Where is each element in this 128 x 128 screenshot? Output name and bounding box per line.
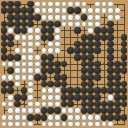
white-stone xyxy=(54,114,61,121)
black-stone xyxy=(7,87,14,94)
black-stone xyxy=(67,94,74,101)
white-stone xyxy=(7,114,14,121)
white-stone xyxy=(7,101,14,108)
black-stone xyxy=(7,14,14,21)
white-stone xyxy=(21,47,28,54)
black-stone xyxy=(14,27,21,34)
white-stone xyxy=(21,41,28,48)
black-stone xyxy=(14,21,21,28)
black-stone xyxy=(121,81,128,88)
white-stone xyxy=(1,61,8,68)
white-stone xyxy=(101,1,108,8)
white-stone xyxy=(87,121,94,128)
white-stone xyxy=(14,121,21,128)
black-stone xyxy=(27,1,34,8)
white-stone xyxy=(7,107,14,114)
white-stone xyxy=(67,107,74,114)
black-stone xyxy=(41,107,48,114)
white-stone xyxy=(114,14,121,21)
black-stone xyxy=(107,114,114,121)
black-stone xyxy=(54,67,61,74)
black-stone xyxy=(54,81,61,88)
white-stone xyxy=(7,94,14,101)
white-stone xyxy=(54,41,61,48)
black-stone xyxy=(7,7,14,14)
black-stone xyxy=(61,81,68,88)
black-stone xyxy=(21,7,28,14)
white-stone xyxy=(54,87,61,94)
black-stone xyxy=(14,101,21,108)
black-stone xyxy=(47,54,54,61)
black-stone xyxy=(107,47,114,54)
white-stone xyxy=(87,7,94,14)
black-stone xyxy=(114,87,121,94)
black-stone xyxy=(107,21,114,28)
black-stone xyxy=(54,61,61,68)
black-stone xyxy=(7,67,14,74)
white-stone xyxy=(7,27,14,34)
black-stone xyxy=(27,14,34,21)
black-stone xyxy=(74,87,81,94)
white-stone xyxy=(34,54,41,61)
white-stone xyxy=(54,7,61,14)
black-stone xyxy=(114,94,121,101)
black-stone xyxy=(121,34,128,41)
white-stone xyxy=(21,34,28,41)
black-stone xyxy=(14,7,21,14)
white-stone xyxy=(107,14,114,21)
black-stone xyxy=(81,87,88,94)
white-stone xyxy=(54,1,61,8)
black-stone xyxy=(107,54,114,61)
white-stone xyxy=(67,114,74,121)
black-stone xyxy=(81,34,88,41)
white-stone xyxy=(34,1,41,8)
black-stone xyxy=(94,61,101,68)
white-stone xyxy=(74,107,81,114)
black-stone xyxy=(47,81,54,88)
white-stone xyxy=(47,121,54,128)
white-stone xyxy=(27,34,34,41)
white-stone xyxy=(81,1,88,8)
black-stone xyxy=(107,41,114,48)
hoshi-point xyxy=(103,23,105,25)
white-stone xyxy=(27,94,34,101)
white-stone xyxy=(21,107,28,114)
white-stone xyxy=(41,101,48,108)
black-stone xyxy=(74,27,81,34)
black-stone xyxy=(1,21,8,28)
black-stone xyxy=(121,54,128,61)
white-stone xyxy=(101,121,108,128)
black-stone xyxy=(67,47,74,54)
white-stone xyxy=(14,47,21,54)
black-stone xyxy=(121,61,128,68)
black-stone xyxy=(14,14,21,21)
black-stone xyxy=(81,74,88,81)
black-stone xyxy=(87,67,94,74)
black-stone xyxy=(47,21,54,28)
black-stone xyxy=(81,94,88,101)
white-stone xyxy=(27,81,34,88)
white-stone xyxy=(87,114,94,121)
white-stone xyxy=(61,7,68,14)
black-stone xyxy=(41,21,48,28)
white-stone xyxy=(94,14,101,21)
white-stone xyxy=(87,21,94,28)
white-stone xyxy=(87,27,94,34)
black-stone xyxy=(7,41,14,48)
black-stone xyxy=(94,107,101,114)
black-stone xyxy=(101,101,108,108)
white-stone xyxy=(54,121,61,128)
white-stone xyxy=(1,101,8,108)
black-stone xyxy=(94,27,101,34)
white-stone xyxy=(34,101,41,108)
white-stone xyxy=(47,114,54,121)
white-stone xyxy=(21,74,28,81)
black-stone xyxy=(61,101,68,108)
white-stone xyxy=(21,67,28,74)
black-stone xyxy=(34,114,41,121)
white-stone xyxy=(67,14,74,21)
white-stone xyxy=(27,61,34,68)
black-stone xyxy=(47,107,54,114)
black-stone xyxy=(14,54,21,61)
black-stone xyxy=(114,81,121,88)
black-stone xyxy=(74,94,81,101)
black-stone xyxy=(27,7,34,14)
black-stone xyxy=(61,114,68,121)
black-stone xyxy=(94,101,101,108)
black-stone xyxy=(81,54,88,61)
white-stone xyxy=(94,7,101,14)
black-stone xyxy=(1,34,8,41)
black-stone xyxy=(107,27,114,34)
black-stone xyxy=(41,114,48,121)
black-stone xyxy=(87,61,94,68)
black-stone xyxy=(47,34,54,41)
white-stone xyxy=(107,1,114,8)
black-stone xyxy=(81,61,88,68)
black-stone xyxy=(107,74,114,81)
black-stone xyxy=(54,21,61,28)
white-stone xyxy=(27,101,34,108)
black-stone xyxy=(87,107,94,114)
white-stone xyxy=(94,21,101,28)
white-stone xyxy=(27,74,34,81)
black-stone xyxy=(67,7,74,14)
white-stone xyxy=(14,61,21,68)
white-stone xyxy=(54,101,61,108)
black-stone xyxy=(121,114,128,121)
white-stone xyxy=(7,61,14,68)
black-stone xyxy=(1,27,8,34)
white-stone xyxy=(41,1,48,8)
white-stone xyxy=(61,121,68,128)
black-stone xyxy=(54,74,61,81)
black-stone xyxy=(14,94,21,101)
black-stone xyxy=(47,27,54,34)
white-stone xyxy=(47,47,54,54)
white-stone xyxy=(47,94,54,101)
white-stone xyxy=(47,1,54,8)
white-stone xyxy=(47,7,54,14)
black-stone xyxy=(74,7,81,14)
black-stone xyxy=(61,87,68,94)
white-stone xyxy=(41,14,48,21)
white-stone xyxy=(34,61,41,68)
black-stone xyxy=(21,14,28,21)
black-stone xyxy=(21,27,28,34)
black-stone xyxy=(47,67,54,74)
black-stone xyxy=(87,81,94,88)
white-stone xyxy=(34,107,41,114)
white-stone xyxy=(47,101,54,108)
white-stone xyxy=(54,47,61,54)
black-stone xyxy=(54,107,61,114)
white-stone xyxy=(114,7,121,14)
white-stone xyxy=(81,7,88,14)
white-stone xyxy=(27,47,34,54)
black-stone xyxy=(21,87,28,94)
white-stone xyxy=(74,21,81,28)
black-stone xyxy=(1,41,8,48)
white-stone xyxy=(27,27,34,34)
white-stone xyxy=(61,21,68,28)
white-stone xyxy=(21,54,28,61)
white-stone xyxy=(107,94,114,101)
white-stone xyxy=(54,14,61,21)
white-stone xyxy=(87,14,94,21)
white-stone xyxy=(7,74,14,81)
black-stone xyxy=(121,67,128,74)
white-stone xyxy=(41,121,48,128)
black-stone xyxy=(101,114,108,121)
white-stone xyxy=(41,94,48,101)
black-stone xyxy=(7,34,14,41)
white-stone xyxy=(54,34,61,41)
white-stone xyxy=(27,54,34,61)
white-stone xyxy=(34,67,41,74)
black-stone xyxy=(1,87,8,94)
white-stone xyxy=(94,121,101,128)
white-stone xyxy=(41,47,48,54)
black-stone xyxy=(87,87,94,94)
black-stone xyxy=(47,61,54,68)
white-stone xyxy=(81,21,88,28)
white-stone xyxy=(1,121,8,128)
black-stone xyxy=(87,101,94,108)
black-stone xyxy=(1,81,8,88)
black-stone xyxy=(107,61,114,68)
white-stone xyxy=(61,14,68,21)
black-stone xyxy=(87,74,94,81)
black-stone xyxy=(41,34,48,41)
white-stone xyxy=(107,121,114,128)
black-stone xyxy=(87,34,94,41)
white-stone xyxy=(47,87,54,94)
black-stone xyxy=(7,21,14,28)
black-stone xyxy=(7,1,14,8)
black-stone xyxy=(94,34,101,41)
white-stone xyxy=(21,61,28,68)
white-stone xyxy=(27,67,34,74)
white-stone xyxy=(47,41,54,48)
black-stone xyxy=(94,47,101,54)
black-stone xyxy=(94,67,101,74)
white-stone xyxy=(94,1,101,8)
white-stone xyxy=(67,21,74,28)
black-stone xyxy=(74,41,81,48)
black-stone xyxy=(114,67,121,74)
white-stone xyxy=(74,121,81,128)
white-stone xyxy=(61,107,68,114)
black-stone xyxy=(81,81,88,88)
black-stone xyxy=(61,74,68,81)
black-stone xyxy=(61,61,68,68)
black-stone xyxy=(74,47,81,54)
black-stone xyxy=(81,67,88,74)
black-stone xyxy=(121,87,128,94)
black-stone xyxy=(121,101,128,108)
black-stone xyxy=(107,107,114,114)
black-stone xyxy=(21,21,28,28)
black-stone xyxy=(81,101,88,108)
black-stone xyxy=(81,107,88,114)
black-stone xyxy=(101,107,108,114)
black-stone xyxy=(7,54,14,61)
white-stone xyxy=(34,34,41,41)
black-stone xyxy=(1,7,8,14)
white-stone xyxy=(27,107,34,114)
white-stone xyxy=(41,7,48,14)
black-stone xyxy=(121,41,128,48)
black-stone xyxy=(41,54,48,61)
black-stone xyxy=(27,114,34,121)
white-stone xyxy=(67,121,74,128)
black-stone xyxy=(114,61,121,68)
white-stone xyxy=(21,121,28,128)
black-stone xyxy=(114,74,121,81)
black-stone xyxy=(107,81,114,88)
white-stone xyxy=(14,34,21,41)
black-stone xyxy=(1,54,8,61)
black-stone xyxy=(61,94,68,101)
black-stone xyxy=(41,27,48,34)
black-stone xyxy=(27,21,34,28)
white-stone xyxy=(107,7,114,14)
white-stone xyxy=(67,1,74,8)
white-stone xyxy=(14,107,21,114)
black-stone xyxy=(87,54,94,61)
black-stone xyxy=(121,47,128,54)
black-stone xyxy=(114,114,121,121)
white-stone xyxy=(94,114,101,121)
black-stone xyxy=(94,94,101,101)
black-stone xyxy=(34,74,41,81)
black-stone xyxy=(67,101,74,108)
white-stone xyxy=(27,121,34,128)
go-board[interactable] xyxy=(0,0,128,128)
white-stone xyxy=(14,114,21,121)
white-stone xyxy=(14,81,21,88)
white-stone xyxy=(14,74,21,81)
white-stone xyxy=(81,114,88,121)
white-stone xyxy=(74,14,81,21)
white-stone xyxy=(47,14,54,21)
white-stone xyxy=(1,114,8,121)
black-stone xyxy=(94,87,101,94)
white-stone xyxy=(81,121,88,128)
white-stone xyxy=(34,7,41,14)
hoshi-point xyxy=(103,63,105,65)
black-stone xyxy=(121,94,128,101)
black-stone xyxy=(114,107,121,114)
black-stone xyxy=(81,14,88,21)
white-stone xyxy=(14,67,21,74)
black-stone xyxy=(1,47,8,54)
black-stone xyxy=(41,67,48,74)
black-stone xyxy=(7,81,14,88)
black-stone xyxy=(94,74,101,81)
black-stone xyxy=(101,27,108,34)
black-stone xyxy=(67,87,74,94)
black-stone xyxy=(114,101,121,108)
white-stone xyxy=(1,74,8,81)
black-stone xyxy=(94,41,101,48)
black-stone xyxy=(81,41,88,48)
white-stone xyxy=(74,1,81,8)
black-stone xyxy=(14,1,21,8)
white-stone xyxy=(41,87,48,94)
white-stone xyxy=(34,27,41,34)
black-stone xyxy=(81,47,88,54)
black-stone xyxy=(101,34,108,41)
white-stone xyxy=(101,7,108,14)
white-stone xyxy=(74,114,81,121)
white-stone xyxy=(34,41,41,48)
black-stone xyxy=(107,101,114,108)
black-stone xyxy=(107,67,114,74)
black-stone xyxy=(41,74,48,81)
white-stone xyxy=(21,114,28,121)
black-stone xyxy=(41,61,48,68)
black-stone xyxy=(87,47,94,54)
white-stone xyxy=(27,87,34,94)
black-stone xyxy=(1,1,8,8)
white-stone xyxy=(7,121,14,128)
white-stone xyxy=(54,94,61,101)
black-stone xyxy=(87,94,94,101)
white-stone xyxy=(54,27,61,34)
black-stone xyxy=(107,34,114,41)
black-stone xyxy=(107,87,114,94)
black-stone xyxy=(87,41,94,48)
black-stone xyxy=(21,94,28,101)
black-stone xyxy=(34,14,41,21)
white-stone xyxy=(61,1,68,8)
black-stone xyxy=(41,81,48,88)
black-stone xyxy=(101,87,108,94)
hoshi-point xyxy=(23,103,25,105)
black-stone xyxy=(74,54,81,61)
white-stone xyxy=(27,41,34,48)
